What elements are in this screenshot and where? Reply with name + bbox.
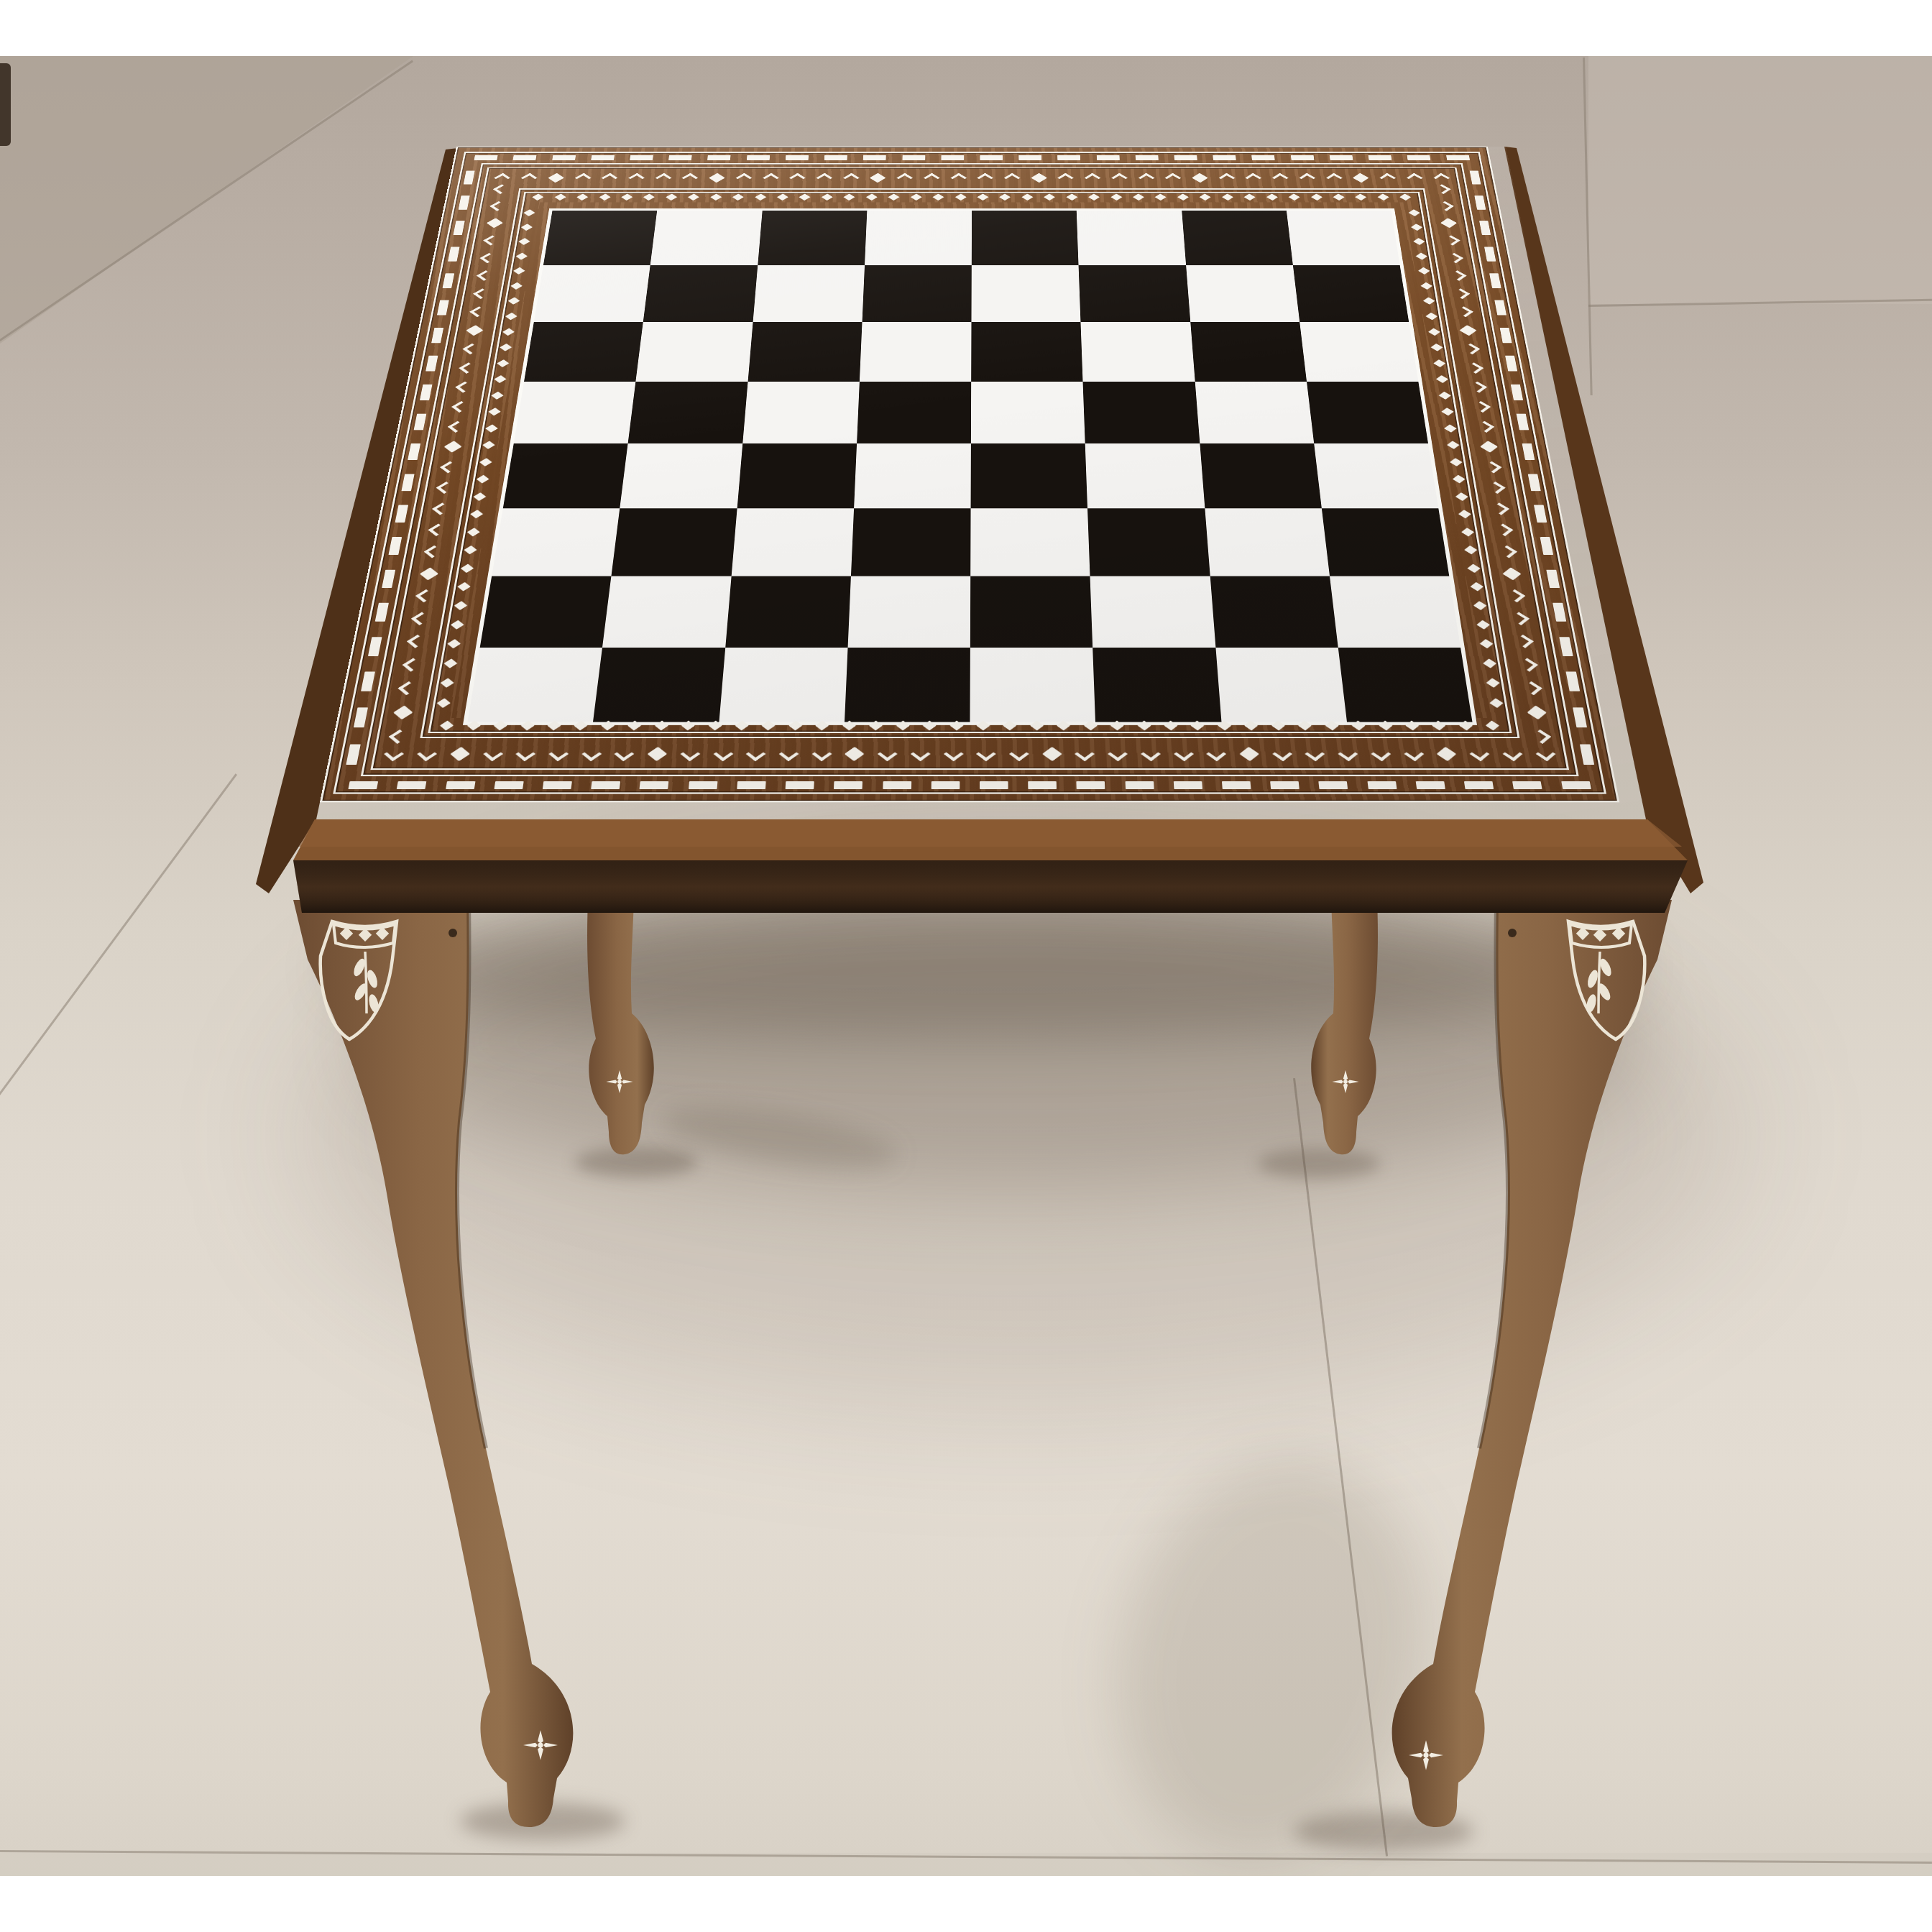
chev-mark-icon	[393, 705, 413, 719]
chev-mark-icon	[455, 382, 472, 393]
square-h4	[1314, 443, 1438, 508]
dash-mark-icon	[395, 505, 408, 523]
chev-mark-icon	[1495, 524, 1514, 536]
dia-mark-icon	[470, 510, 483, 518]
chev-mark-icon	[1207, 747, 1227, 761]
chev-mark-icon	[1463, 344, 1480, 354]
dia-mark-icon	[1325, 721, 1338, 731]
dia-mark-icon	[1433, 359, 1445, 367]
chev-mark-icon	[977, 173, 994, 183]
square-e8	[972, 211, 1079, 265]
chev-mark-icon	[548, 747, 569, 761]
dash-mark-icon	[513, 155, 537, 160]
dash-mark-icon	[883, 781, 911, 789]
square-h6	[1299, 322, 1418, 382]
chev-mark-icon	[1470, 382, 1487, 393]
dia-mark-icon	[1447, 441, 1459, 449]
dia-mark-icon	[1057, 721, 1070, 731]
bevel-front	[293, 819, 1688, 860]
chev-mark-icon	[411, 612, 431, 625]
dia-mark-icon	[508, 298, 520, 305]
foot-shadow	[1294, 1811, 1473, 1851]
dash-mark-icon	[413, 413, 426, 430]
dash-mark-icon	[1174, 781, 1202, 789]
chev-mark-icon	[451, 401, 469, 413]
dia-mark-icon	[494, 375, 506, 383]
chev-mark-icon	[1138, 173, 1155, 183]
dash-mark-icon	[1479, 221, 1491, 236]
dia-mark-icon	[762, 721, 776, 731]
chev-mark-icon	[521, 173, 538, 183]
dash-mark-icon	[591, 155, 615, 160]
dash-mark-icon	[463, 171, 474, 185]
dash-mark-icon	[834, 781, 862, 789]
dash-mark-icon	[401, 474, 414, 491]
square-e3	[970, 508, 1090, 576]
dia-mark-icon	[532, 193, 543, 201]
apron-front	[293, 860, 1688, 913]
dash-mark-icon	[408, 443, 420, 460]
dia-mark-icon	[516, 252, 528, 259]
chev-mark-icon	[516, 747, 536, 761]
dash-mark-icon	[346, 744, 360, 765]
leg-front-left	[293, 900, 573, 1827]
square-a4	[503, 443, 628, 508]
chev-mark-icon	[615, 747, 635, 761]
dia-mark-icon	[976, 721, 990, 731]
square-a2	[480, 576, 612, 648]
dash-mark-icon	[361, 672, 375, 691]
dia-mark-icon	[457, 582, 470, 592]
dia-mark-icon	[788, 721, 802, 731]
chev-mark-icon	[402, 658, 422, 671]
chev-mark-icon	[680, 747, 700, 761]
dia-mark-icon	[666, 193, 677, 201]
dash-mark-icon	[1484, 247, 1496, 262]
dia-mark-icon	[1088, 193, 1100, 201]
dash-mark-icon	[453, 221, 464, 236]
dash-mark-icon	[1291, 155, 1315, 160]
chev-mark-icon	[1435, 185, 1451, 195]
dash-mark-icon	[1028, 781, 1057, 789]
dark-edge-object	[0, 63, 11, 146]
chev-mark-icon	[1527, 705, 1547, 719]
chev-mark-icon	[581, 747, 602, 761]
dash-mark-icon	[1579, 744, 1593, 765]
square-c5	[742, 382, 860, 443]
chev-mark-icon	[1246, 173, 1262, 183]
screw-dot	[448, 929, 457, 937]
dia-mark-icon	[1030, 721, 1044, 731]
dia-mark-icon	[933, 193, 944, 201]
chev-mark-icon	[1459, 325, 1476, 336]
apron-shade	[293, 860, 1688, 913]
chev-mark-icon	[1523, 681, 1542, 695]
chev-mark-icon	[462, 344, 479, 354]
square-g4	[1200, 443, 1322, 508]
square-f6	[1081, 322, 1195, 382]
square-c3	[731, 508, 854, 576]
dia-mark-icon	[1377, 193, 1389, 201]
square-f3	[1087, 508, 1210, 576]
square-c6	[747, 322, 862, 382]
photo-area	[0, 56, 1932, 1876]
dia-mark-icon	[999, 193, 1011, 201]
dash-mark-icon	[458, 195, 469, 209]
chev-mark-icon	[1510, 612, 1529, 625]
dia-mark-icon	[1476, 620, 1490, 629]
dash-mark-icon	[446, 781, 475, 789]
foot-shadow	[460, 1803, 625, 1840]
leg-rear-left	[587, 900, 654, 1154]
dia-mark-icon	[755, 193, 766, 201]
dia-mark-icon	[1155, 193, 1167, 201]
dia-mark-icon	[1483, 658, 1496, 668]
chev-mark-icon	[1470, 747, 1490, 761]
foot-star-icon	[606, 1070, 632, 1093]
dash-mark-icon	[1540, 537, 1553, 555]
dia-mark-icon	[441, 678, 454, 687]
chev-mark-icon	[1506, 589, 1525, 602]
dash-mark-icon	[1330, 155, 1353, 160]
dash-mark-icon	[1018, 155, 1041, 160]
chev-mark-icon	[417, 747, 437, 761]
dia-mark-icon	[1356, 193, 1367, 201]
chev-mark-icon	[444, 441, 462, 452]
dash-mark-icon	[786, 155, 809, 160]
foot-shadow	[1258, 1149, 1380, 1179]
dash-mark-icon	[1222, 781, 1251, 789]
dia-mark-icon	[477, 475, 489, 484]
square-c4	[737, 443, 857, 508]
dia-mark-icon	[1473, 601, 1486, 610]
chev-mark-icon	[1111, 173, 1128, 183]
dia-mark-icon	[1405, 721, 1419, 731]
square-g5	[1195, 382, 1314, 443]
dash-mark-icon	[494, 781, 523, 789]
dash-mark-icon	[1573, 707, 1587, 727]
dia-mark-icon	[842, 721, 856, 731]
square-b4	[620, 443, 742, 508]
dia-mark-icon	[494, 721, 507, 731]
dash-mark-icon	[1512, 781, 1542, 789]
chev-mark-icon	[420, 567, 438, 580]
dia-mark-icon	[896, 721, 909, 731]
grout-line	[0, 60, 413, 342]
dia-mark-icon	[1352, 721, 1366, 731]
dia-mark-icon	[710, 193, 722, 201]
square-h7	[1293, 265, 1409, 322]
chev-mark-icon	[1326, 173, 1343, 183]
dash-mark-icon	[474, 155, 498, 160]
dia-mark-icon	[1110, 193, 1122, 201]
dia-mark-icon	[1379, 721, 1392, 731]
dash-mark-icon	[1416, 781, 1445, 789]
dia-mark-icon	[1486, 721, 1499, 731]
dia-mark-icon	[518, 238, 530, 245]
square-g8	[1182, 211, 1293, 265]
dash-mark-icon	[1469, 171, 1481, 185]
chev-mark-icon	[1219, 173, 1236, 183]
dash-mark-icon	[902, 155, 925, 160]
chev-mark-icon	[1141, 747, 1161, 761]
dash-mark-icon	[1125, 781, 1154, 789]
dia-mark-icon	[1333, 193, 1345, 201]
chev-mark-icon	[389, 730, 409, 744]
chev-mark-icon	[779, 747, 799, 761]
dia-mark-icon	[454, 601, 467, 610]
dia-mark-icon	[1432, 721, 1446, 731]
chev-mark-icon	[682, 173, 699, 183]
dash-mark-icon	[1096, 155, 1119, 160]
chev-mark-icon	[1305, 747, 1325, 761]
dia-mark-icon	[482, 441, 494, 449]
chev-mark-icon	[1108, 747, 1128, 761]
chev-mark-icon	[473, 288, 490, 299]
square-b6	[636, 322, 753, 382]
dia-mark-icon	[1436, 375, 1448, 383]
chev-mark-icon	[1009, 747, 1029, 761]
chess-board	[463, 208, 1477, 725]
grout-line	[1583, 57, 1593, 395]
chev-mark-icon	[845, 747, 865, 761]
dia-mark-icon	[521, 224, 533, 231]
chev-mark-icon	[1338, 747, 1358, 761]
square-d5	[857, 382, 971, 443]
dia-mark-icon	[451, 620, 464, 629]
dash-mark-icon	[786, 781, 814, 789]
square-f7	[1079, 265, 1190, 322]
chev-mark-icon	[924, 173, 940, 183]
screw-dot	[1508, 929, 1517, 937]
square-d4	[854, 443, 971, 508]
chev-mark-icon	[1456, 306, 1473, 317]
dash-mark-icon	[630, 155, 653, 160]
dia-mark-icon	[1431, 344, 1443, 351]
chev-mark-icon	[440, 461, 458, 474]
chev-mark-icon	[1519, 658, 1538, 671]
chev-mark-icon	[1443, 235, 1460, 245]
dia-mark-icon	[1413, 238, 1425, 245]
chev-mark-icon	[816, 173, 833, 183]
chev-mark-icon	[1404, 747, 1424, 761]
dia-mark-icon	[869, 721, 883, 731]
dia-mark-icon	[799, 193, 811, 201]
dia-mark-icon	[1271, 721, 1285, 731]
foot-star-icon	[1409, 1740, 1443, 1770]
dash-mark-icon	[1270, 781, 1299, 789]
chev-mark-icon	[1502, 567, 1521, 580]
dash-mark-icon	[1464, 781, 1494, 789]
chev-mark-icon	[1192, 173, 1208, 183]
dia-mark-icon	[1464, 546, 1477, 554]
dia-mark-icon	[1110, 721, 1124, 731]
dash-mark-icon	[388, 537, 402, 555]
chev-mark-icon	[1483, 461, 1501, 474]
chev-mark-icon	[1380, 173, 1397, 183]
square-d1	[845, 648, 970, 722]
dia-mark-icon	[505, 313, 517, 320]
chev-mark-icon	[489, 201, 506, 211]
chev-mark-icon	[1502, 747, 1522, 761]
chev-mark-icon	[1514, 635, 1534, 648]
chev-mark-icon	[944, 747, 964, 761]
dia-mark-icon	[1439, 392, 1451, 400]
dash-mark-icon	[591, 781, 620, 789]
dia-mark-icon	[513, 267, 525, 275]
dash-mark-icon	[1510, 385, 1522, 400]
dia-mark-icon	[1289, 193, 1300, 201]
dia-mark-icon	[488, 408, 500, 415]
dia-mark-icon	[479, 458, 492, 466]
chev-mark-icon	[1453, 288, 1470, 299]
square-a6	[524, 322, 643, 382]
square-e1	[970, 648, 1095, 722]
dia-mark-icon	[461, 564, 474, 573]
dia-mark-icon	[601, 721, 615, 731]
square-d3	[851, 508, 971, 576]
dash-mark-icon	[1077, 781, 1105, 789]
dash-mark-icon	[1516, 413, 1529, 430]
chev-mark-icon	[477, 270, 493, 280]
tabletop	[316, 147, 1646, 819]
square-e6	[971, 322, 1083, 382]
table-shadow	[302, 861, 1739, 1407]
dia-mark-icon	[467, 528, 480, 536]
square-g6	[1190, 322, 1307, 382]
square-b8	[650, 211, 762, 265]
leg-front-right	[1392, 900, 1672, 1827]
square-e2	[970, 576, 1093, 648]
dia-mark-icon	[1459, 721, 1473, 731]
dia-mark-icon	[1441, 408, 1453, 415]
dia-mark-icon	[732, 193, 744, 201]
dia-mark-icon	[491, 392, 503, 400]
dia-mark-icon	[502, 328, 515, 336]
dia-mark-icon	[1191, 721, 1205, 731]
dash-mark-icon	[747, 155, 770, 160]
dia-mark-icon	[1420, 282, 1432, 290]
dia-mark-icon	[1416, 252, 1427, 259]
dia-mark-icon	[437, 698, 451, 708]
dia-mark-icon	[464, 546, 477, 554]
dia-mark-icon	[474, 492, 487, 501]
dia-mark-icon	[1461, 528, 1474, 536]
chev-mark-icon	[843, 173, 860, 183]
square-e7	[971, 265, 1080, 322]
square-a7	[534, 265, 650, 322]
dash-mark-icon	[374, 603, 388, 622]
chev-mark-icon	[424, 546, 443, 558]
chev-mark-icon	[407, 635, 426, 648]
chev-mark-icon	[789, 173, 806, 183]
chev-mark-icon	[459, 362, 476, 373]
dia-mark-icon	[1409, 209, 1420, 216]
square-e4	[971, 443, 1088, 508]
square-b3	[612, 508, 737, 576]
chev-mark-icon	[1353, 173, 1369, 183]
dash-mark-icon	[1057, 155, 1080, 160]
square-h8	[1287, 211, 1400, 265]
chev-mark-icon	[1085, 173, 1101, 183]
dash-mark-icon	[425, 356, 438, 372]
knee-shield-icon	[1568, 921, 1644, 1039]
chev-mark-icon	[415, 589, 434, 602]
square-a1	[467, 648, 602, 722]
dia-mark-icon	[574, 721, 588, 731]
chev-mark-icon	[950, 173, 967, 183]
dash-mark-icon	[941, 155, 964, 160]
dia-mark-icon	[523, 209, 535, 216]
dia-mark-icon	[1164, 721, 1177, 731]
chev-mark-icon	[483, 747, 503, 761]
dash-mark-icon	[668, 155, 692, 160]
dash-mark-icon	[1494, 300, 1506, 316]
square-h3	[1322, 508, 1450, 576]
chev-mark-icon	[713, 747, 733, 761]
dash-mark-icon	[1446, 155, 1470, 160]
dia-mark-icon	[1177, 193, 1189, 201]
dash-mark-icon	[737, 781, 765, 789]
dia-mark-icon	[1425, 313, 1437, 320]
chev-mark-icon	[1004, 173, 1021, 183]
chev-mark-icon	[432, 502, 451, 515]
dia-mark-icon	[440, 721, 454, 731]
foot-shadow	[575, 1147, 697, 1177]
chev-mark-icon	[1239, 747, 1259, 761]
dash-mark-icon	[1252, 155, 1275, 160]
dia-mark-icon	[1298, 721, 1312, 731]
floor-tile-upper-left	[0, 56, 431, 358]
dia-mark-icon	[1137, 721, 1151, 731]
dia-mark-icon	[822, 193, 833, 201]
square-f5	[1083, 382, 1200, 443]
square-a3	[492, 508, 620, 576]
square-d8	[865, 211, 972, 265]
dash-mark-icon	[824, 155, 847, 160]
square-e5	[971, 382, 1085, 443]
square-c1	[719, 648, 847, 722]
dia-mark-icon	[1458, 510, 1471, 518]
dash-mark-icon	[437, 300, 449, 316]
dia-mark-icon	[1133, 193, 1144, 201]
dash-mark-icon	[420, 385, 432, 400]
dia-mark-icon	[866, 193, 878, 201]
dia-mark-icon	[1486, 678, 1500, 687]
square-c7	[753, 265, 865, 322]
dia-mark-icon	[655, 721, 668, 731]
dash-mark-icon	[349, 781, 379, 789]
chev-mark-icon	[870, 173, 886, 183]
chev-mark-icon	[1437, 747, 1457, 761]
dia-mark-icon	[815, 721, 829, 731]
square-b7	[643, 265, 758, 322]
grout-line	[1588, 299, 1932, 307]
chev-mark-icon	[1447, 253, 1463, 263]
square-c8	[758, 211, 867, 265]
dia-mark-icon	[1444, 424, 1456, 432]
dia-mark-icon	[497, 359, 509, 367]
dia-mark-icon	[923, 721, 937, 731]
dia-mark-icon	[1200, 193, 1211, 201]
dia-mark-icon	[1084, 721, 1098, 731]
dash-mark-icon	[1489, 273, 1501, 288]
chev-mark-icon	[1031, 173, 1047, 183]
dash-mark-icon	[1213, 155, 1236, 160]
chev-mark-icon	[1476, 421, 1494, 433]
dash-mark-icon	[1407, 155, 1431, 160]
chev-mark-icon	[493, 185, 510, 195]
